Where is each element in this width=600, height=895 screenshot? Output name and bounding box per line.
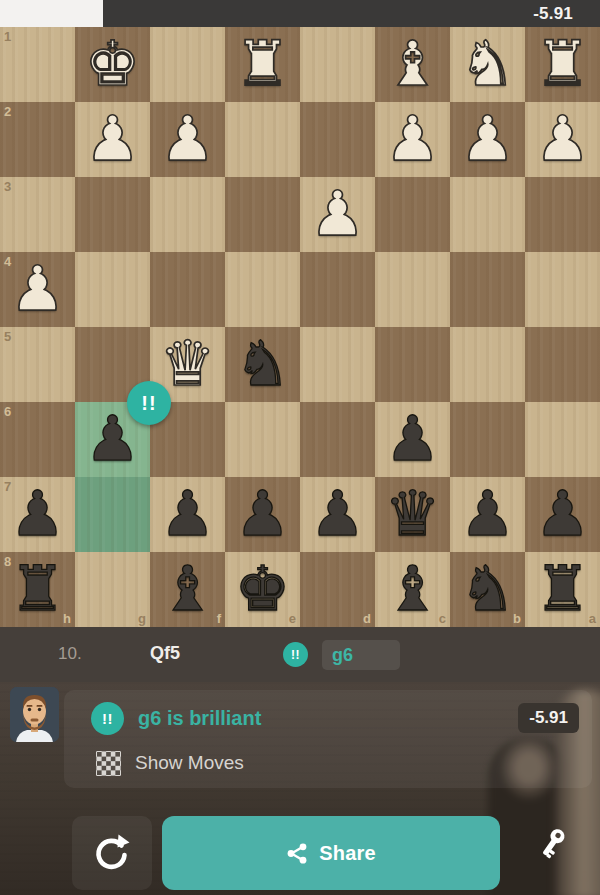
analysis-card: !! g6 is brilliant -5.91 Show Moves <box>64 690 592 788</box>
eval-bar-white-segment <box>0 0 103 27</box>
piece-black-bishop[interactable]: ♝ <box>385 558 441 620</box>
piece-black-queen[interactable]: ♛ <box>385 483 441 545</box>
piece-black-pawn[interactable]: ♟ <box>10 483 66 545</box>
key-icon[interactable] <box>532 822 572 866</box>
share-button[interactable]: Share <box>162 816 500 890</box>
rank-label-5: 5 <box>4 329 11 344</box>
square-d3[interactable]: ♟ <box>300 177 375 252</box>
piece-white-queen[interactable]: ♛ <box>160 333 216 395</box>
rank-label-1: 1 <box>4 29 11 44</box>
square-a2[interactable]: ♟ <box>525 102 600 177</box>
file-label-b: b <box>513 611 521 626</box>
square-e4[interactable] <box>225 252 300 327</box>
share-label: Share <box>319 842 376 865</box>
show-moves-row[interactable]: Show Moves <box>64 748 592 778</box>
square-b3[interactable] <box>450 177 525 252</box>
eval-bar: -5.91 <box>0 0 600 27</box>
square-h7[interactable]: 7♟ <box>0 477 75 552</box>
square-f7[interactable]: ♟ <box>150 477 225 552</box>
piece-white-rook[interactable]: ♜ <box>535 33 591 95</box>
square-b4[interactable] <box>450 252 525 327</box>
square-c7[interactable]: ♛ <box>375 477 450 552</box>
square-a6[interactable] <box>525 402 600 477</box>
analysis-eval-badge: -5.91 <box>518 703 579 733</box>
piece-white-knight[interactable]: ♞ <box>460 33 516 95</box>
square-e7[interactable]: ♟ <box>225 477 300 552</box>
square-c5[interactable] <box>375 327 450 402</box>
square-e6[interactable] <box>225 402 300 477</box>
square-b1[interactable]: ♞ <box>450 27 525 102</box>
analysis-panel: !! g6 is brilliant -5.91 Show Moves Shar… <box>0 682 600 895</box>
piece-black-pawn[interactable]: ♟ <box>460 483 516 545</box>
square-d2[interactable] <box>300 102 375 177</box>
square-c8[interactable]: c♝ <box>375 552 450 627</box>
square-c2[interactable]: ♟ <box>375 102 450 177</box>
square-a7[interactable]: ♟ <box>525 477 600 552</box>
move-list-row: 10. Qf5 !! g6 <box>0 627 600 682</box>
square-h8[interactable]: 8h♜ <box>0 552 75 627</box>
square-b6[interactable] <box>450 402 525 477</box>
key-glyph <box>533 825 571 863</box>
square-h1[interactable]: 1 <box>0 27 75 102</box>
piece-black-rook[interactable]: ♜ <box>535 558 591 620</box>
square-h5[interactable]: 5 <box>0 327 75 402</box>
move-white[interactable]: Qf5 <box>150 643 180 664</box>
square-b8[interactable]: b♞ <box>450 552 525 627</box>
square-f3[interactable] <box>150 177 225 252</box>
piece-white-pawn[interactable]: ♟ <box>160 108 216 170</box>
square-g1[interactable]: ♚ <box>75 27 150 102</box>
square-a5[interactable] <box>525 327 600 402</box>
rank-label-6: 6 <box>4 404 11 419</box>
square-a1[interactable]: ♜ <box>525 27 600 102</box>
square-d8[interactable]: d <box>300 552 375 627</box>
square-a8[interactable]: a♜ <box>525 552 600 627</box>
square-e8[interactable]: e♚ <box>225 552 300 627</box>
piece-white-pawn[interactable]: ♟ <box>385 108 441 170</box>
eval-bar-black-segment: -5.91 <box>103 0 600 27</box>
rank-label-8: 8 <box>4 554 11 569</box>
piece-black-bishop[interactable]: ♝ <box>160 558 216 620</box>
rank-label-3: 3 <box>4 179 11 194</box>
brilliant-move-badge: !! <box>127 381 171 425</box>
piece-white-pawn[interactable]: ♟ <box>460 108 516 170</box>
square-b2[interactable]: ♟ <box>450 102 525 177</box>
move-black-label: g6 <box>332 645 353 666</box>
square-d6[interactable] <box>300 402 375 477</box>
square-e5[interactable]: ♞ <box>225 327 300 402</box>
square-a4[interactable] <box>525 252 600 327</box>
square-f2[interactable]: ♟ <box>150 102 225 177</box>
square-e3[interactable] <box>225 177 300 252</box>
square-e1[interactable]: ♜ <box>225 27 300 102</box>
square-g3[interactable] <box>75 177 150 252</box>
refresh-icon <box>91 832 133 874</box>
rank-label-7: 7 <box>4 479 11 494</box>
retry-button[interactable] <box>72 816 152 890</box>
square-f8[interactable]: f♝ <box>150 552 225 627</box>
piece-black-pawn[interactable]: ♟ <box>310 483 366 545</box>
square-d4[interactable] <box>300 252 375 327</box>
square-d7[interactable]: ♟ <box>300 477 375 552</box>
file-label-g: g <box>138 611 146 626</box>
brilliant-badge-icon: !! <box>91 702 124 735</box>
square-c3[interactable] <box>375 177 450 252</box>
square-c1[interactable]: ♝ <box>375 27 450 102</box>
chess-board[interactable]: 1♚♜♝♞♜2♟♟♟♟♟3♟4♟5♛♞6♟♟7♟♟♟♟♛♟♟8h♜gf♝e♚dc… <box>0 27 600 627</box>
piece-white-pawn[interactable]: ♟ <box>535 108 591 170</box>
analysis-headline-row: !! g6 is brilliant -5.91 <box>64 700 592 736</box>
move-number: 10. <box>58 644 82 664</box>
square-f4[interactable] <box>150 252 225 327</box>
square-c6[interactable]: ♟ <box>375 402 450 477</box>
chessboard-icon <box>96 751 121 776</box>
rank-label-4: 4 <box>4 254 11 269</box>
piece-black-rook[interactable]: ♜ <box>10 558 66 620</box>
square-h6[interactable]: 6 <box>0 402 75 477</box>
piece-black-pawn[interactable]: ♟ <box>385 408 441 470</box>
evaluation-score: -5.91 <box>533 4 573 24</box>
piece-white-pawn[interactable]: ♟ <box>85 108 141 170</box>
show-moves-label: Show Moves <box>135 752 244 774</box>
square-g4[interactable] <box>75 252 150 327</box>
file-label-f: f <box>217 611 221 626</box>
file-label-a: a <box>589 611 596 626</box>
file-label-e: e <box>289 611 296 626</box>
square-h3[interactable]: 3 <box>0 177 75 252</box>
piece-black-knight[interactable]: ♞ <box>460 558 516 620</box>
piece-white-pawn[interactable]: ♟ <box>310 183 366 245</box>
rank-label-2: 2 <box>4 104 11 119</box>
player-avatar[interactable] <box>10 687 59 742</box>
square-c4[interactable] <box>375 252 450 327</box>
brilliant-annotation-icon: !! <box>283 642 308 667</box>
square-d1[interactable] <box>300 27 375 102</box>
square-b7[interactable]: ♟ <box>450 477 525 552</box>
file-label-c: c <box>439 611 446 626</box>
piece-black-knight[interactable]: ♞ <box>235 333 291 395</box>
move-black-selected[interactable]: g6 <box>322 640 400 670</box>
square-g2[interactable]: ♟ <box>75 102 150 177</box>
piece-black-king[interactable]: ♚ <box>235 558 291 620</box>
piece-white-rook[interactable]: ♜ <box>235 33 291 95</box>
piece-white-bishop[interactable]: ♝ <box>385 33 441 95</box>
piece-white-pawn[interactable]: ♟ <box>10 258 66 320</box>
analysis-headline: g6 is brilliant <box>138 707 518 730</box>
square-h4[interactable]: 4♟ <box>0 252 75 327</box>
file-label-d: d <box>363 611 371 626</box>
square-f1[interactable] <box>150 27 225 102</box>
square-g7[interactable] <box>75 477 150 552</box>
square-e2[interactable] <box>225 102 300 177</box>
file-label-h: h <box>63 611 71 626</box>
square-h2[interactable]: 2 <box>0 102 75 177</box>
square-a3[interactable] <box>525 177 600 252</box>
square-b5[interactable] <box>450 327 525 402</box>
piece-black-pawn[interactable]: ♟ <box>235 483 291 545</box>
avatar-illustration <box>10 687 59 742</box>
square-g8[interactable]: g <box>75 552 150 627</box>
piece-black-pawn[interactable]: ♟ <box>160 483 216 545</box>
square-d5[interactable] <box>300 327 375 402</box>
piece-black-pawn[interactable]: ♟ <box>535 483 591 545</box>
piece-white-king[interactable]: ♚ <box>85 33 141 95</box>
share-icon <box>286 842 308 865</box>
